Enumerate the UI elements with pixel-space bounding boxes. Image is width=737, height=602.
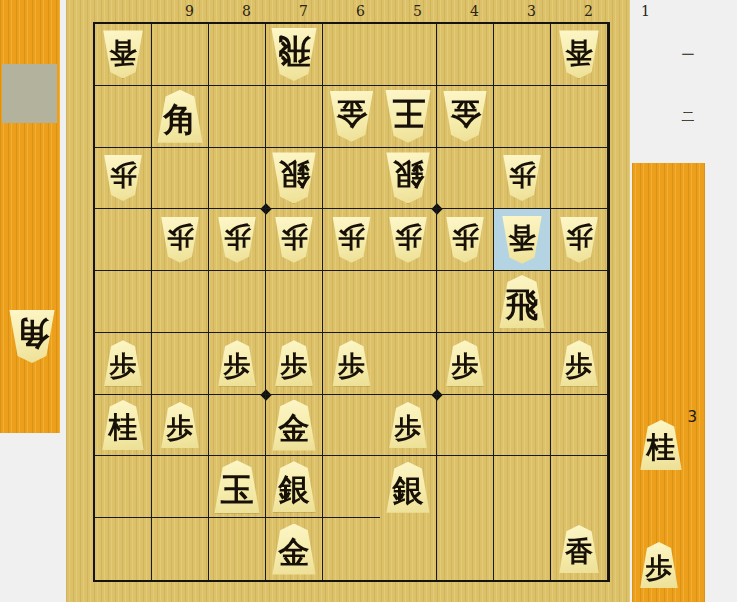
board-cell[interactable]: 歩 — [209, 333, 266, 395]
board-cell[interactable] — [152, 271, 209, 333]
board-cell[interactable]: 香 — [494, 209, 551, 271]
piece-gote-歩[interactable]: 歩 — [103, 155, 143, 201]
piece-kanji: 歩 — [509, 162, 536, 189]
piece-gote-王[interactable]: 王 — [384, 90, 432, 143]
board-cell[interactable]: 飛 — [266, 24, 323, 86]
board-cell[interactable]: 飛 — [494, 271, 551, 333]
board-cell[interactable] — [152, 333, 209, 395]
board-cell[interactable] — [95, 209, 152, 271]
piece-kanji: 王 — [392, 97, 425, 130]
file-label: 3 — [503, 3, 560, 21]
piece-kanji: 玉 — [221, 473, 254, 506]
board-cell[interactable] — [95, 518, 152, 580]
board-cell[interactable]: 歩 — [323, 209, 380, 271]
piece-kanji: 銀 — [279, 159, 310, 190]
piece-sente-歩[interactable]: 歩 — [103, 340, 143, 386]
board-cell[interactable] — [323, 148, 380, 210]
gote-indicator-box — [2, 64, 57, 123]
gote-komadai-panel: 角 — [0, 0, 60, 433]
board-cell[interactable]: 金 — [437, 86, 494, 148]
board-cell[interactable]: 香 — [551, 518, 608, 580]
board-cell[interactable] — [551, 271, 608, 333]
piece-sente-玉[interactable]: 玉 — [213, 460, 261, 513]
piece-kanji: 歩 — [224, 224, 251, 251]
sente-hand: 桂3歩 — [639, 420, 683, 588]
piece-kanji: 歩 — [566, 224, 593, 251]
piece-gote-歩[interactable]: 歩 — [502, 155, 542, 201]
piece-sente-銀[interactable]: 銀 — [271, 461, 317, 512]
board-cell[interactable]: 歩 — [551, 209, 608, 271]
board-cell[interactable] — [380, 518, 437, 580]
board-cell[interactable] — [323, 24, 380, 86]
board-cell[interactable] — [494, 333, 551, 395]
board-cell[interactable]: 香 — [551, 24, 608, 86]
piece-sente-桂[interactable]: 桂 — [101, 400, 145, 450]
piece-kanji: 桂 — [109, 413, 138, 442]
piece-kanji: 歩 — [281, 352, 308, 379]
piece-sente-歩[interactable]: 歩 — [160, 402, 200, 448]
board-cell[interactable]: 歩 — [494, 148, 551, 210]
board-cell[interactable]: 歩 — [380, 395, 437, 457]
board-cell[interactable]: 歩 — [380, 209, 437, 271]
board-cell[interactable]: 歩 — [551, 333, 608, 395]
piece-sente-桂[interactable]: 桂 — [639, 420, 683, 470]
board-cell[interactable] — [551, 148, 608, 210]
file-label: 4 — [446, 3, 503, 21]
piece-kanji: 歩 — [452, 352, 479, 379]
shogi-app: { "game": "shogi", "position": { "sfen":… — [0, 0, 737, 602]
board-cell[interactable]: 金 — [323, 86, 380, 148]
board-cell[interactable]: 歩 — [437, 333, 494, 395]
board-cell[interactable] — [152, 24, 209, 86]
piece-kanji: 歩 — [566, 352, 593, 379]
file-label: 5 — [389, 3, 446, 21]
piece-kanji: 香 — [565, 538, 593, 566]
piece-sente-飛[interactable]: 飛 — [498, 275, 546, 328]
piece-gote-香[interactable]: 香 — [501, 216, 543, 264]
board-cell[interactable] — [494, 24, 551, 86]
board-cell[interactable] — [551, 456, 608, 518]
piece-kanji: 香 — [109, 38, 137, 66]
piece-kanji: 歩 — [395, 224, 422, 251]
board-cell[interactable] — [95, 86, 152, 148]
board-cell[interactable]: 歩 — [152, 395, 209, 457]
piece-kanji: 歩 — [646, 554, 673, 581]
piece-kanji: 歩 — [110, 352, 137, 379]
piece-gote-飛[interactable]: 飛 — [270, 28, 318, 81]
board-cell[interactable] — [380, 333, 437, 395]
piece-kanji: 角 — [164, 103, 197, 136]
piece-kanji: 歩 — [167, 414, 194, 441]
piece-kanji: 銀 — [393, 159, 424, 190]
board-cell[interactable] — [551, 395, 608, 457]
piece-kanji: 飛 — [278, 35, 311, 68]
board-cell[interactable] — [209, 148, 266, 210]
board-cell[interactable] — [437, 24, 494, 86]
board-cell[interactable] — [152, 518, 209, 580]
board-cell[interactable] — [209, 86, 266, 148]
piece-gote-銀[interactable]: 銀 — [271, 152, 317, 203]
piece-gote-角[interactable]: 角 — [8, 310, 56, 363]
hand-piece-count: 3 — [687, 408, 697, 426]
hand-slot: 桂3 — [639, 420, 683, 470]
board-cell[interactable] — [323, 271, 380, 333]
piece-kanji: 角 — [16, 317, 49, 350]
board-cell[interactable]: 銀 — [380, 148, 437, 210]
board-cell[interactable]: 金 — [266, 518, 323, 580]
piece-gote-歩[interactable]: 歩 — [217, 217, 257, 263]
piece-sente-金[interactable]: 金 — [271, 400, 317, 451]
board-cell[interactable]: 歩 — [209, 209, 266, 271]
board-cell[interactable] — [437, 271, 494, 333]
file-label: 1 — [617, 3, 674, 21]
piece-kanji: 銀 — [393, 475, 424, 506]
piece-kanji: 歩 — [338, 352, 365, 379]
piece-gote-香[interactable]: 香 — [558, 30, 600, 78]
board-cell[interactable] — [494, 518, 551, 580]
file-label: 9 — [161, 3, 218, 21]
board-cell[interactable]: 銀 — [266, 456, 323, 518]
piece-sente-歩[interactable]: 歩 — [332, 340, 372, 386]
board-cell[interactable]: 歩 — [266, 333, 323, 395]
piece-kanji: 香 — [565, 38, 593, 66]
board-cell[interactable]: 歩 — [266, 209, 323, 271]
board-cell[interactable]: 金 — [266, 395, 323, 457]
board-cell[interactable]: 香 — [95, 24, 152, 86]
board-cell[interactable] — [95, 271, 152, 333]
piece-sente-歩[interactable]: 歩 — [274, 340, 314, 386]
rank-label: 一 — [678, 24, 698, 86]
piece-kanji: 歩 — [338, 224, 365, 251]
piece-sente-歩[interactable]: 歩 — [388, 402, 428, 448]
piece-kanji: 金 — [450, 98, 481, 129]
board-cell[interactable] — [209, 395, 266, 457]
piece-kanji: 歩 — [224, 352, 251, 379]
board-cell[interactable]: 玉 — [209, 456, 266, 518]
piece-kanji: 歩 — [110, 162, 137, 189]
board-cell[interactable]: 銀 — [266, 148, 323, 210]
piece-sente-香[interactable]: 香 — [558, 525, 600, 573]
file-label: 8 — [218, 3, 275, 21]
piece-gote-香[interactable]: 香 — [102, 30, 144, 78]
piece-kanji: 歩 — [281, 224, 308, 251]
piece-gote-歩[interactable]: 歩 — [388, 217, 428, 263]
piece-kanji: 銀 — [279, 474, 310, 505]
rank-label: 二 — [678, 86, 698, 148]
board-cell[interactable] — [209, 518, 266, 580]
piece-gote-歩[interactable]: 歩 — [559, 217, 599, 263]
piece-sente-銀[interactable]: 銀 — [385, 462, 431, 513]
piece-kanji: 飛 — [506, 288, 539, 321]
board-cell[interactable] — [437, 148, 494, 210]
board-cell[interactable] — [494, 86, 551, 148]
file-label: 2 — [560, 3, 617, 21]
piece-gote-歩[interactable]: 歩 — [332, 217, 372, 263]
piece-kanji: 金 — [336, 98, 367, 129]
shogi-grid: 香飛香角金王金歩銀銀歩歩歩歩歩歩歩香歩飛歩歩歩歩歩歩桂歩金歩玉銀銀金香 — [93, 22, 610, 582]
board-cell[interactable]: 銀 — [380, 456, 437, 518]
board-cell[interactable] — [266, 86, 323, 148]
piece-sente-歩[interactable]: 歩 — [559, 340, 599, 386]
board-cell[interactable] — [209, 24, 266, 86]
piece-kanji: 金 — [279, 413, 310, 444]
board-cell[interactable]: 桂 — [95, 395, 152, 457]
piece-gote-金[interactable]: 金 — [442, 91, 488, 142]
board-cell[interactable] — [152, 456, 209, 518]
piece-kanji: 金 — [279, 537, 310, 568]
hand-slot: 角 — [8, 310, 56, 363]
board-cell[interactable] — [437, 395, 494, 457]
piece-kanji: 歩 — [167, 224, 194, 251]
piece-sente-角[interactable]: 角 — [156, 90, 204, 143]
board-cell[interactable] — [323, 456, 380, 518]
piece-kanji: 桂 — [647, 433, 676, 462]
board-cell[interactable] — [380, 24, 437, 86]
piece-kanji: 香 — [508, 223, 536, 251]
board-cell[interactable] — [209, 271, 266, 333]
board-cell[interactable]: 歩 — [437, 209, 494, 271]
sente-komadai-panel: 桂3歩 — [632, 163, 705, 602]
piece-gote-歩[interactable]: 歩 — [160, 217, 200, 263]
file-labels: 987654321 — [161, 3, 674, 21]
board-cell[interactable]: 歩 — [95, 333, 152, 395]
file-label: 6 — [332, 3, 389, 21]
board-cell[interactable]: 王 — [380, 86, 437, 148]
board-cell[interactable]: 歩 — [152, 209, 209, 271]
piece-gote-歩[interactable]: 歩 — [274, 217, 314, 263]
board-cell[interactable] — [494, 395, 551, 457]
board-cell[interactable] — [95, 456, 152, 518]
board-cell[interactable]: 歩 — [323, 333, 380, 395]
piece-gote-金[interactable]: 金 — [329, 91, 375, 142]
board-cell[interactable] — [152, 148, 209, 210]
gote-hand: 角 — [8, 310, 56, 363]
piece-kanji: 歩 — [395, 414, 422, 441]
piece-sente-歩[interactable]: 歩 — [217, 340, 257, 386]
board-cell[interactable]: 角 — [152, 86, 209, 148]
board-cell[interactable] — [437, 456, 494, 518]
piece-sente-歩[interactable]: 歩 — [445, 340, 485, 386]
piece-kanji: 歩 — [452, 224, 479, 251]
board-cell[interactable] — [380, 271, 437, 333]
hand-slot: 歩 — [639, 542, 683, 588]
board-cell[interactable] — [323, 395, 380, 457]
board-cell[interactable]: 歩 — [95, 148, 152, 210]
piece-sente-歩[interactable]: 歩 — [639, 542, 679, 588]
board-cell[interactable] — [494, 456, 551, 518]
board-cell[interactable] — [323, 518, 380, 580]
file-label: 7 — [275, 3, 332, 21]
piece-gote-歩[interactable]: 歩 — [445, 217, 485, 263]
board-cell[interactable] — [437, 518, 494, 580]
board-cell[interactable] — [551, 86, 608, 148]
piece-gote-銀[interactable]: 銀 — [385, 152, 431, 203]
board-cell[interactable] — [266, 271, 323, 333]
piece-sente-金[interactable]: 金 — [271, 524, 317, 575]
